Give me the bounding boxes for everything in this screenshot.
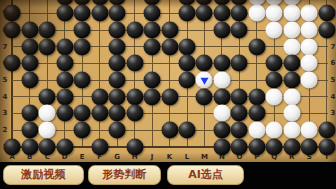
row-label-left-3: 3 xyxy=(3,110,8,117)
col-label-M: M xyxy=(201,154,208,161)
black-stone-N9[interactable] xyxy=(213,5,230,22)
black-stone-P4[interactable] xyxy=(248,88,265,105)
black-stone-O8[interactable] xyxy=(231,22,248,39)
black-stone-A1[interactable] xyxy=(4,138,21,155)
black-stone-L7[interactable] xyxy=(179,38,196,55)
black-stone-B5[interactable] xyxy=(21,72,38,89)
col-label-G: G xyxy=(114,154,120,161)
white-stone-M5[interactable] xyxy=(196,72,213,89)
black-stone-H3[interactable] xyxy=(126,105,143,122)
black-stone-C7[interactable] xyxy=(39,38,56,55)
black-stone-D7[interactable] xyxy=(56,38,73,55)
black-stone-O6[interactable] xyxy=(231,55,248,72)
col-label-L: L xyxy=(185,154,189,161)
black-stone-E5[interactable] xyxy=(74,72,91,89)
white-stone-R2[interactable] xyxy=(283,122,300,139)
white-stone-R3[interactable] xyxy=(283,105,300,122)
black-stone-S1[interactable] xyxy=(301,138,318,155)
black-stone-E9[interactable] xyxy=(74,5,91,22)
black-stone-F1[interactable] xyxy=(91,138,108,155)
col-label-K: K xyxy=(167,154,172,161)
black-stone-L2[interactable] xyxy=(179,122,196,139)
black-stone-T8[interactable] xyxy=(318,22,335,39)
white-stone-C2[interactable] xyxy=(39,122,56,139)
white-stone-P9[interactable] xyxy=(248,5,265,22)
black-stone-L9[interactable] xyxy=(179,5,196,22)
row-label-left-2: 2 xyxy=(3,127,8,134)
black-stone-G8[interactable] xyxy=(109,22,126,39)
black-stone-C4[interactable] xyxy=(39,88,56,105)
black-stone-C8[interactable] xyxy=(39,22,56,39)
black-stone-B3[interactable] xyxy=(21,105,38,122)
black-stone-K2[interactable] xyxy=(161,122,178,139)
white-stone-S6[interactable] xyxy=(301,55,318,72)
black-stone-T2[interactable] xyxy=(318,122,335,139)
black-stone-J8[interactable] xyxy=(144,22,161,39)
black-stone-G3[interactable] xyxy=(109,105,126,122)
black-stone-G4[interactable] xyxy=(109,88,126,105)
black-stone-P1[interactable] xyxy=(248,138,265,155)
grid-line-col-F xyxy=(99,0,100,147)
white-stone-C3[interactable] xyxy=(39,105,56,122)
black-stone-P7[interactable] xyxy=(248,38,265,55)
black-stone-L5[interactable] xyxy=(179,72,196,89)
black-stone-N8[interactable] xyxy=(213,22,230,39)
black-stone-T1[interactable] xyxy=(318,138,335,155)
black-stone-R6[interactable] xyxy=(283,55,300,72)
white-stone-N3[interactable] xyxy=(213,105,230,122)
black-stone-K8[interactable] xyxy=(161,22,178,39)
col-label-J: J xyxy=(151,154,154,161)
row-label-right-5: 5 xyxy=(331,77,336,84)
black-stone-J4[interactable] xyxy=(144,88,161,105)
row-label-left-5: 5 xyxy=(3,77,8,84)
black-stone-O3[interactable] xyxy=(231,105,248,122)
black-stone-N6[interactable] xyxy=(213,55,230,72)
black-stone-R1[interactable] xyxy=(283,138,300,155)
black-stone-O4[interactable] xyxy=(231,88,248,105)
black-stone-O2[interactable] xyxy=(231,122,248,139)
black-stone-K4[interactable] xyxy=(161,88,178,105)
black-stone-B6[interactable] xyxy=(21,55,38,72)
black-stone-B1[interactable] xyxy=(21,138,38,155)
black-stone-J5[interactable] xyxy=(144,72,161,89)
black-stone-Q5[interactable] xyxy=(266,72,283,89)
black-stone-C1[interactable] xyxy=(39,138,56,155)
black-stone-D3[interactable] xyxy=(56,105,73,122)
black-stone-A8[interactable] xyxy=(4,22,21,39)
black-stone-F9[interactable] xyxy=(91,5,108,22)
ai-move-suggestion-button[interactable]: AI选点 xyxy=(167,165,244,185)
black-stone-R5[interactable] xyxy=(283,72,300,89)
black-stone-D6[interactable] xyxy=(56,55,73,72)
territory-estimate-button[interactable]: 形势判断 xyxy=(88,165,161,185)
white-stone-R9[interactable] xyxy=(283,5,300,22)
white-stone-P2[interactable] xyxy=(248,122,265,139)
black-stone-N2[interactable] xyxy=(213,122,230,139)
black-stone-G5[interactable] xyxy=(109,72,126,89)
black-stone-M9[interactable] xyxy=(196,5,213,22)
row-label-left-4: 4 xyxy=(3,93,8,100)
black-stone-Q6[interactable] xyxy=(266,55,283,72)
black-stone-K7[interactable] xyxy=(161,38,178,55)
row-label-left-7: 7 xyxy=(3,43,8,50)
black-stone-M4[interactable] xyxy=(196,88,213,105)
black-stone-D5[interactable] xyxy=(56,72,73,89)
black-stone-F4[interactable] xyxy=(91,88,108,105)
white-stone-N5[interactable] xyxy=(213,72,230,89)
black-stone-G7[interactable] xyxy=(109,38,126,55)
black-stone-B2[interactable] xyxy=(21,122,38,139)
black-stone-D1[interactable] xyxy=(56,138,73,155)
black-stone-E7[interactable] xyxy=(74,38,91,55)
black-stone-H1[interactable] xyxy=(126,138,143,155)
black-stone-B8[interactable] xyxy=(21,22,38,39)
go-board[interactable]: 987654321987654321ABCDEFGHJKLMNOPQRST xyxy=(0,0,336,162)
reward-video-button[interactable]: 激励视频 xyxy=(3,165,84,185)
bottom-toolbar: 激励视频 形势判断 AI选点 xyxy=(0,162,336,189)
black-stone-H4[interactable] xyxy=(126,88,143,105)
black-stone-D9[interactable] xyxy=(56,5,73,22)
black-stone-G6[interactable] xyxy=(109,55,126,72)
black-stone-T9[interactable] xyxy=(318,5,335,22)
row-label-right-4: 4 xyxy=(331,93,336,100)
black-stone-E3[interactable] xyxy=(74,105,91,122)
white-stone-Q4[interactable] xyxy=(266,88,283,105)
black-stone-G2[interactable] xyxy=(109,122,126,139)
black-stone-H8[interactable] xyxy=(126,22,143,39)
row-label-right-3: 3 xyxy=(331,110,336,117)
white-stone-R4[interactable] xyxy=(283,88,300,105)
black-stone-E8[interactable] xyxy=(74,22,91,39)
white-stone-Q8[interactable] xyxy=(266,22,283,39)
white-stone-R8[interactable] xyxy=(283,22,300,39)
col-label-E: E xyxy=(80,154,85,161)
white-stone-S2[interactable] xyxy=(301,122,318,139)
row-label-right-6: 6 xyxy=(331,60,336,67)
white-stone-S5[interactable] xyxy=(301,72,318,89)
black-stone-Q1[interactable] xyxy=(266,138,283,155)
white-stone-S7[interactable] xyxy=(301,38,318,55)
black-stone-D4[interactable] xyxy=(56,88,73,105)
black-stone-B7[interactable] xyxy=(21,38,38,55)
white-stone-Q9[interactable] xyxy=(266,5,283,22)
white-stone-S9[interactable] xyxy=(301,5,318,22)
black-stone-M6[interactable] xyxy=(196,55,213,72)
black-stone-N1[interactable] xyxy=(213,138,230,155)
black-stone-N4[interactable] xyxy=(213,88,230,105)
black-stone-O9[interactable] xyxy=(231,5,248,22)
white-stone-S8[interactable] xyxy=(301,22,318,39)
black-stone-F3[interactable] xyxy=(91,105,108,122)
app-screen: 987654321987654321ABCDEFGHJKLMNOPQRST 激励… xyxy=(0,0,336,189)
last-move-marker xyxy=(200,77,208,84)
black-stone-H6[interactable] xyxy=(126,55,143,72)
black-stone-J7[interactable] xyxy=(144,38,161,55)
black-stone-P3[interactable] xyxy=(248,105,265,122)
black-stone-A6[interactable] xyxy=(4,55,21,72)
black-stone-O1[interactable] xyxy=(231,138,248,155)
black-stone-G9[interactable] xyxy=(109,5,126,22)
white-stone-Q2[interactable] xyxy=(266,122,283,139)
black-stone-A9[interactable] xyxy=(4,5,21,22)
white-stone-R7[interactable] xyxy=(283,38,300,55)
black-stone-L6[interactable] xyxy=(179,55,196,72)
row-label-right-7: 7 xyxy=(331,43,336,50)
black-stone-J9[interactable] xyxy=(144,5,161,22)
black-stone-E2[interactable] xyxy=(74,122,91,139)
